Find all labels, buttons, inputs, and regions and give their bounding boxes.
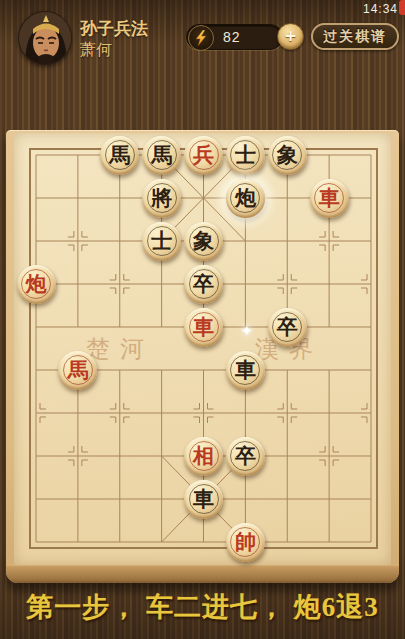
piece-black-車[interactable]: 車 bbox=[226, 351, 265, 390]
player-subtitle: 萧何 bbox=[80, 40, 112, 61]
piece-black-士[interactable]: 士 bbox=[142, 222, 181, 261]
move-hint-text: 第一步， 车二进七， 炮6退3 bbox=[0, 589, 405, 625]
piece-red-炮[interactable]: 炮 bbox=[17, 265, 56, 304]
piece-red-車[interactable]: 車 bbox=[184, 308, 223, 347]
piece-red-帥[interactable]: 帥 bbox=[226, 523, 265, 562]
piece-black-馬[interactable]: 馬 bbox=[142, 136, 181, 175]
piece-red-相[interactable]: 相 bbox=[184, 437, 223, 476]
piece-black-車[interactable]: 車 bbox=[184, 480, 223, 519]
energy-value: 82 bbox=[223, 29, 241, 45]
puzzle-records-button[interactable]: 过关棋谱 bbox=[311, 23, 399, 50]
piece-black-卒[interactable]: 卒 bbox=[184, 265, 223, 304]
piece-red-車[interactable]: 車 bbox=[310, 179, 349, 218]
energy-bar: 82 bbox=[186, 24, 283, 50]
notification-badge bbox=[399, 0, 405, 15]
player-avatar[interactable] bbox=[18, 11, 72, 65]
piece-black-象[interactable]: 象 bbox=[184, 222, 223, 261]
move-sparkle-icon: ✦ bbox=[240, 323, 253, 338]
piece-black-馬[interactable]: 馬 bbox=[100, 136, 139, 175]
player-name: 孙子兵法 bbox=[80, 17, 148, 40]
piece-red-兵[interactable]: 兵 bbox=[184, 136, 223, 175]
add-energy-button[interactable]: + bbox=[277, 23, 304, 50]
app-screen: 14:34 孙子兵法 萧何 bbox=[0, 0, 405, 639]
clock-time: 14:34 bbox=[363, 2, 398, 16]
piece-black-將[interactable]: 將 bbox=[142, 179, 181, 218]
river-label-left: 楚河 bbox=[86, 336, 154, 362]
piece-black-炮[interactable]: 炮 bbox=[226, 179, 265, 218]
lightning-icon bbox=[188, 25, 214, 51]
piece-black-卒[interactable]: 卒 bbox=[226, 437, 265, 476]
piece-red-馬[interactable]: 馬 bbox=[58, 351, 97, 390]
general-portrait-icon bbox=[19, 12, 72, 65]
piece-black-卒[interactable]: 卒 bbox=[268, 308, 307, 347]
piece-black-士[interactable]: 士 bbox=[226, 136, 265, 175]
piece-black-象[interactable]: 象 bbox=[268, 136, 307, 175]
